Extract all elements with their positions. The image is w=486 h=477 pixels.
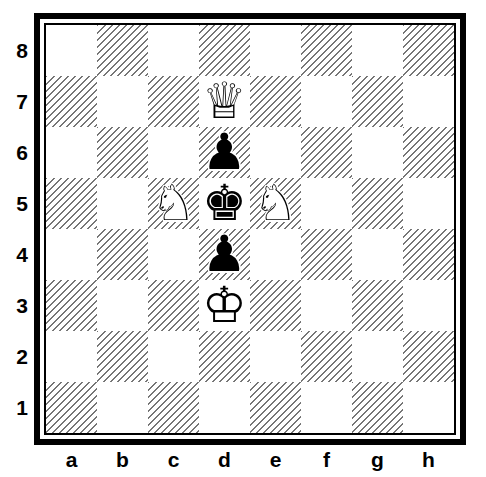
square-h2[interactable] [403, 331, 454, 382]
square-a7[interactable] [46, 76, 97, 127]
rank-label-1: 1 [0, 382, 34, 433]
square-g4[interactable] [352, 229, 403, 280]
square-c5[interactable]: ♞♘ [148, 178, 199, 229]
file-label-c: c [148, 448, 199, 477]
square-c8[interactable] [148, 25, 199, 76]
square-b6[interactable] [97, 127, 148, 178]
square-c7[interactable] [148, 76, 199, 127]
square-b2[interactable] [97, 331, 148, 382]
square-a4[interactable] [46, 229, 97, 280]
rank-label-7: 7 [0, 76, 34, 127]
rank-label-6: 6 [0, 127, 34, 178]
white-knight[interactable]: ♘ [148, 178, 199, 229]
file-label-b: b [97, 448, 148, 477]
white-king[interactable]: ♔ [199, 280, 250, 331]
square-g8[interactable] [352, 25, 403, 76]
square-h5[interactable] [403, 178, 454, 229]
square-f6[interactable] [301, 127, 352, 178]
square-b4[interactable] [97, 229, 148, 280]
file-label-d: d [199, 448, 250, 477]
square-f3[interactable] [301, 280, 352, 331]
square-f5[interactable] [301, 178, 352, 229]
square-h8[interactable] [403, 25, 454, 76]
black-pawn[interactable]: ♟ [199, 229, 250, 280]
square-c1[interactable] [148, 382, 199, 433]
square-a3[interactable] [46, 280, 97, 331]
square-a1[interactable] [46, 382, 97, 433]
square-e2[interactable] [250, 331, 301, 382]
square-b3[interactable] [97, 280, 148, 331]
square-c4[interactable] [148, 229, 199, 280]
square-b7[interactable] [97, 76, 148, 127]
square-e6[interactable] [250, 127, 301, 178]
square-f8[interactable] [301, 25, 352, 76]
file-label-f: f [301, 448, 352, 477]
square-e1[interactable] [250, 382, 301, 433]
square-a8[interactable] [46, 25, 97, 76]
square-h1[interactable] [403, 382, 454, 433]
rank-label-2: 2 [0, 331, 34, 382]
square-c6[interactable] [148, 127, 199, 178]
square-f7[interactable] [301, 76, 352, 127]
board-inner-border: ♛♕♟♟♞♘♚♚♞♘♟♟♚♔ [44, 23, 456, 435]
square-g6[interactable] [352, 127, 403, 178]
file-labels: abcdefgh [34, 445, 466, 477]
square-d3[interactable]: ♚♔ [199, 280, 250, 331]
square-d4[interactable]: ♟♟ [199, 229, 250, 280]
rank-label-4: 4 [0, 229, 34, 280]
chess-diagram: 87654321 ♛♕♟♟♞♘♚♚♞♘♟♟♚♔ abcdefgh [0, 0, 486, 477]
rank-label-3: 3 [0, 280, 34, 331]
white-knight[interactable]: ♘ [250, 178, 301, 229]
file-label-a: a [46, 448, 97, 477]
square-a2[interactable] [46, 331, 97, 382]
square-d5[interactable]: ♚♚ [199, 178, 250, 229]
square-f1[interactable] [301, 382, 352, 433]
square-b5[interactable] [97, 178, 148, 229]
square-c2[interactable] [148, 331, 199, 382]
white-queen[interactable]: ♕ [199, 76, 250, 127]
square-a5[interactable] [46, 178, 97, 229]
square-c3[interactable] [148, 280, 199, 331]
square-a6[interactable] [46, 127, 97, 178]
square-h7[interactable] [403, 76, 454, 127]
square-d2[interactable] [199, 331, 250, 382]
square-h4[interactable] [403, 229, 454, 280]
square-g1[interactable] [352, 382, 403, 433]
square-d1[interactable] [199, 382, 250, 433]
file-label-e: e [250, 448, 301, 477]
rank-labels: 87654321 [0, 13, 34, 445]
board-squares: ♛♕♟♟♞♘♚♚♞♘♟♟♚♔ [46, 25, 454, 433]
file-label-g: g [352, 448, 403, 477]
board-layout: 87654321 ♛♕♟♟♞♘♚♚♞♘♟♟♚♔ abcdefgh [0, 0, 486, 477]
square-f4[interactable] [301, 229, 352, 280]
square-b1[interactable] [97, 382, 148, 433]
square-g3[interactable] [352, 280, 403, 331]
rank-label-5: 5 [0, 178, 34, 229]
black-king[interactable]: ♚ [199, 178, 250, 229]
square-h3[interactable] [403, 280, 454, 331]
square-g7[interactable] [352, 76, 403, 127]
square-e3[interactable] [250, 280, 301, 331]
square-e7[interactable] [250, 76, 301, 127]
square-d8[interactable] [199, 25, 250, 76]
rank-label-8: 8 [0, 25, 34, 76]
square-e8[interactable] [250, 25, 301, 76]
square-g2[interactable] [352, 331, 403, 382]
square-g5[interactable] [352, 178, 403, 229]
square-h6[interactable] [403, 127, 454, 178]
black-pawn[interactable]: ♟ [199, 127, 250, 178]
file-label-h: h [403, 448, 454, 477]
board-border: ♛♕♟♟♞♘♚♚♞♘♟♟♚♔ [34, 13, 466, 445]
square-e5[interactable]: ♞♘ [250, 178, 301, 229]
square-f2[interactable] [301, 331, 352, 382]
square-b8[interactable] [97, 25, 148, 76]
square-e4[interactable] [250, 229, 301, 280]
square-d6[interactable]: ♟♟ [199, 127, 250, 178]
square-d7[interactable]: ♛♕ [199, 76, 250, 127]
